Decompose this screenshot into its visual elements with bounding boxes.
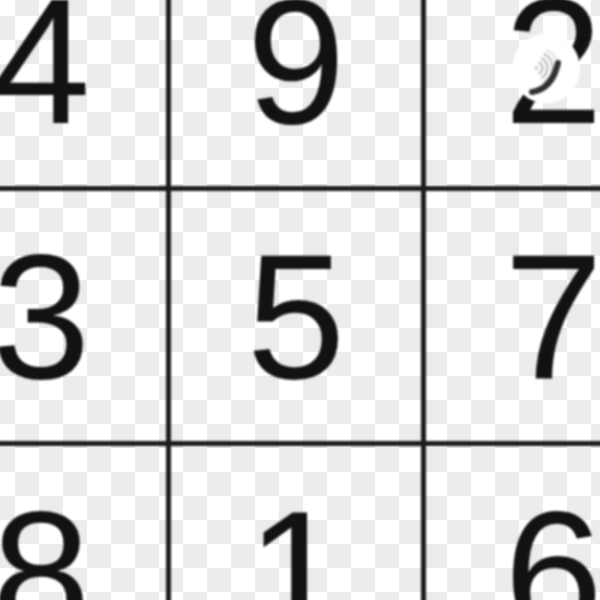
cell-r3c2: 1	[171, 446, 426, 600]
magic-square-image: 4 9 2 3 5 7 8 1 6	[0, 0, 600, 600]
cell-r3c1: 8	[0, 446, 171, 600]
cell-r1c2: 9	[171, 0, 426, 191]
cell-r2c2: 5	[171, 191, 426, 446]
icon-circle	[512, 34, 580, 104]
sound-wave-icon	[506, 28, 588, 112]
cell-r2c3: 7	[426, 191, 600, 446]
cell-r3c3: 6	[426, 446, 600, 600]
cell-r1c1: 4	[0, 0, 171, 191]
cell-r2c1: 3	[0, 191, 171, 446]
